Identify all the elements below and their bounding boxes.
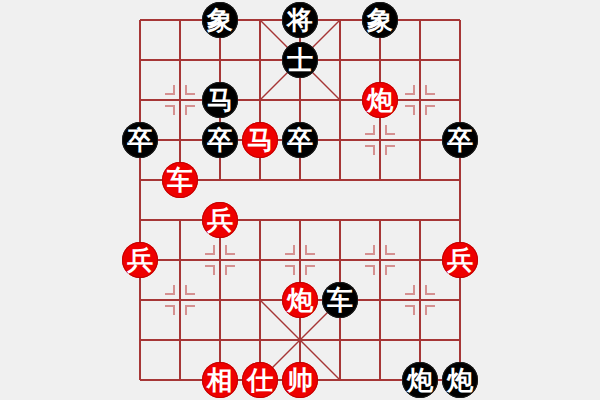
piece-black-soldier[interactable]: 卒 [202,122,238,158]
piece-red-cannon[interactable]: 炮 [362,82,398,118]
piece-black-soldier[interactable]: 卒 [282,122,318,158]
piece-red-cannon[interactable]: 炮 [282,282,318,318]
piece-black-elephant[interactable]: 象 [202,2,238,38]
piece-black-general[interactable]: 将 [282,2,318,38]
piece-black-chariot[interactable]: 车 [322,282,358,318]
piece-black-soldier[interactable]: 卒 [442,122,478,158]
piece-black-horse[interactable]: 马 [202,82,238,118]
piece-black-elephant[interactable]: 象 [362,2,398,38]
piece-red-advisor[interactable]: 仕 [242,362,278,398]
pieces-layer: 象将象士马炮卒卒马卒卒车兵兵兵炮车相仕帅炮炮 [0,0,600,400]
piece-black-advisor[interactable]: 士 [282,42,318,78]
piece-red-soldier[interactable]: 兵 [442,242,478,278]
piece-black-cannon[interactable]: 炮 [442,362,478,398]
piece-red-soldier[interactable]: 兵 [122,242,158,278]
piece-red-horse[interactable]: 马 [242,122,278,158]
piece-red-soldier[interactable]: 兵 [202,202,238,238]
xiangqi-board: 象将象士马炮卒卒马卒卒车兵兵兵炮车相仕帅炮炮 [0,0,600,400]
piece-red-chariot[interactable]: 车 [162,162,198,198]
piece-red-elephant[interactable]: 相 [202,362,238,398]
piece-black-soldier[interactable]: 卒 [122,122,158,158]
piece-black-cannon[interactable]: 炮 [402,362,438,398]
piece-red-general[interactable]: 帅 [282,362,318,398]
